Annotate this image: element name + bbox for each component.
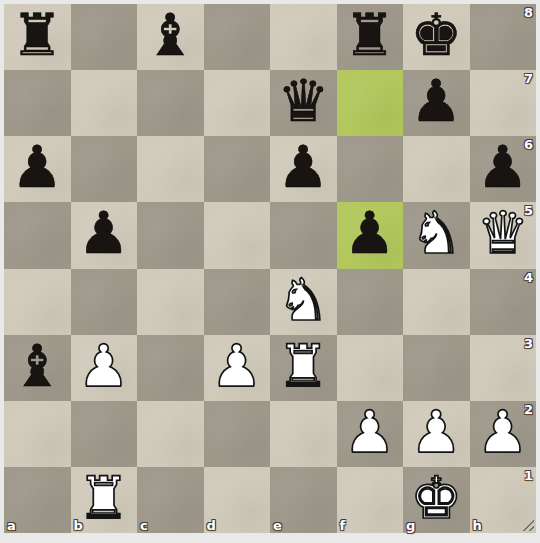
black-bishop[interactable]: ♝: [144, 6, 196, 64]
black-pawn[interactable]: ♟: [344, 204, 396, 262]
square-a5[interactable]: [4, 202, 71, 268]
square-h7[interactable]: 7: [470, 70, 537, 136]
square-b6[interactable]: [71, 136, 138, 202]
square-a6[interactable]: ♟: [4, 136, 71, 202]
file-label-d: d: [207, 518, 216, 533]
square-e2[interactable]: [270, 401, 337, 467]
black-pawn[interactable]: ♟: [410, 72, 462, 130]
white-rook[interactable]: ♜: [78, 469, 130, 527]
square-g5[interactable]: ♞: [403, 202, 470, 268]
square-c8[interactable]: ♝: [137, 4, 204, 70]
square-a1[interactable]: a: [4, 467, 71, 533]
square-c7[interactable]: [137, 70, 204, 136]
file-label-e: e: [273, 518, 282, 533]
chess-app-window: ♜♝♜♚8♛♟7♟♟6♟♟♟♞5♛♞4♝♟♟♜3♟♟2♟ab♜cdefg♚1h: [0, 0, 540, 543]
square-e6[interactable]: ♟: [270, 136, 337, 202]
black-king[interactable]: ♚: [410, 6, 462, 64]
white-knight[interactable]: ♞: [277, 271, 329, 329]
file-label-c: c: [140, 518, 148, 533]
square-e5[interactable]: [270, 202, 337, 268]
black-queen[interactable]: ♛: [277, 72, 329, 130]
black-rook[interactable]: ♜: [344, 6, 396, 64]
square-e7[interactable]: ♛: [270, 70, 337, 136]
square-f8[interactable]: ♜: [337, 4, 404, 70]
square-e3[interactable]: ♜: [270, 335, 337, 401]
white-king[interactable]: ♚: [410, 469, 462, 527]
black-rook[interactable]: ♜: [11, 6, 63, 64]
square-a3[interactable]: ♝: [4, 335, 71, 401]
square-a7[interactable]: [4, 70, 71, 136]
square-g1[interactable]: g♚: [403, 467, 470, 533]
square-b3[interactable]: ♟: [71, 335, 138, 401]
square-g8[interactable]: ♚: [403, 4, 470, 70]
file-label-f: f: [340, 518, 346, 533]
square-d8[interactable]: [204, 4, 271, 70]
square-e8[interactable]: [270, 4, 337, 70]
white-knight[interactable]: ♞: [410, 204, 462, 262]
square-d7[interactable]: [204, 70, 271, 136]
square-b4[interactable]: [71, 269, 138, 335]
square-g7[interactable]: ♟: [403, 70, 470, 136]
square-h2[interactable]: 2♟: [470, 401, 537, 467]
square-c4[interactable]: [137, 269, 204, 335]
rank-label-1: 1: [524, 468, 533, 483]
black-pawn[interactable]: ♟: [477, 138, 529, 196]
square-a2[interactable]: [4, 401, 71, 467]
black-pawn[interactable]: ♟: [277, 138, 329, 196]
square-b8[interactable]: [71, 4, 138, 70]
white-pawn[interactable]: ♟: [477, 403, 529, 461]
square-c5[interactable]: [137, 202, 204, 268]
square-g6[interactable]: [403, 136, 470, 202]
square-e1[interactable]: e: [270, 467, 337, 533]
square-g3[interactable]: [403, 335, 470, 401]
square-f3[interactable]: [337, 335, 404, 401]
square-h4[interactable]: 4: [470, 269, 537, 335]
square-g2[interactable]: ♟: [403, 401, 470, 467]
square-h5[interactable]: 5♛: [470, 202, 537, 268]
chess-board: ♜♝♜♚8♛♟7♟♟6♟♟♟♞5♛♞4♝♟♟♜3♟♟2♟ab♜cdefg♚1h: [4, 4, 536, 533]
square-e4[interactable]: ♞: [270, 269, 337, 335]
square-c6[interactable]: [137, 136, 204, 202]
file-label-a: a: [7, 518, 16, 533]
square-b7[interactable]: [71, 70, 138, 136]
square-a4[interactable]: [4, 269, 71, 335]
square-h3[interactable]: 3: [470, 335, 537, 401]
square-d3[interactable]: ♟: [204, 335, 271, 401]
square-f2[interactable]: ♟: [337, 401, 404, 467]
white-pawn[interactable]: ♟: [410, 403, 462, 461]
square-a8[interactable]: ♜: [4, 4, 71, 70]
square-f5[interactable]: ♟: [337, 202, 404, 268]
black-bishop[interactable]: ♝: [11, 337, 63, 395]
square-h8[interactable]: 8: [470, 4, 537, 70]
file-label-h: h: [473, 518, 482, 533]
rank-label-3: 3: [524, 336, 533, 351]
square-c3[interactable]: [137, 335, 204, 401]
square-d6[interactable]: [204, 136, 271, 202]
square-d2[interactable]: [204, 401, 271, 467]
square-c2[interactable]: [137, 401, 204, 467]
square-f6[interactable]: [337, 136, 404, 202]
rank-label-7: 7: [524, 71, 533, 86]
square-f7[interactable]: [337, 70, 404, 136]
square-d4[interactable]: [204, 269, 271, 335]
square-b1[interactable]: b♜: [71, 467, 138, 533]
square-c1[interactable]: c: [137, 467, 204, 533]
square-d1[interactable]: d: [204, 467, 271, 533]
rank-label-8: 8: [524, 5, 533, 20]
square-d5[interactable]: [204, 202, 271, 268]
square-b5[interactable]: ♟: [71, 202, 138, 268]
black-pawn[interactable]: ♟: [78, 204, 130, 262]
white-pawn[interactable]: ♟: [211, 337, 263, 395]
square-b2[interactable]: [71, 401, 138, 467]
rank-label-4: 4: [524, 270, 533, 285]
square-f4[interactable]: [337, 269, 404, 335]
square-h1[interactable]: 1h: [470, 467, 537, 533]
square-g4[interactable]: [403, 269, 470, 335]
white-rook[interactable]: ♜: [277, 337, 329, 395]
white-queen[interactable]: ♛: [477, 204, 529, 262]
black-pawn[interactable]: ♟: [11, 138, 63, 196]
square-h6[interactable]: 6♟: [470, 136, 537, 202]
square-f1[interactable]: f: [337, 467, 404, 533]
white-pawn[interactable]: ♟: [78, 337, 130, 395]
white-pawn[interactable]: ♟: [344, 403, 396, 461]
